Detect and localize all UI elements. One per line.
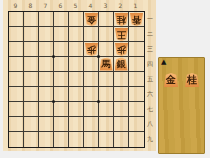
board-cell-5九[interactable] <box>69 132 84 147</box>
hoshi-star-point <box>52 100 55 103</box>
board-cell-3二[interactable] <box>99 27 114 42</box>
board-cell-8四[interactable] <box>24 57 39 72</box>
hand-piece-桂[interactable]: 桂 <box>185 73 199 87</box>
board-cell-5五[interactable] <box>69 72 84 87</box>
rank-label-4: 四 <box>145 56 155 71</box>
rank-label-1: 一 <box>145 11 155 26</box>
board-cell-8六[interactable] <box>24 87 39 102</box>
board-cell-6六[interactable] <box>54 87 69 102</box>
rank-label-9: 九 <box>145 131 155 146</box>
board-cell-4五[interactable] <box>84 72 99 87</box>
board-cell-6二[interactable] <box>54 27 69 42</box>
rank-label-8: 八 <box>145 116 155 131</box>
sente-piece-馬-3四[interactable]: 馬 <box>100 58 113 71</box>
board-cell-7八[interactable] <box>39 117 54 132</box>
board-cell-3九[interactable] <box>99 132 114 147</box>
board-cell-8九[interactable] <box>24 132 39 147</box>
board-cell-8五[interactable] <box>24 72 39 87</box>
board-cell-8二[interactable] <box>24 27 39 42</box>
board-cell-5六[interactable] <box>69 87 84 102</box>
board-cell-9二[interactable] <box>9 27 24 42</box>
sente-marker-icon: ▲ <box>161 58 166 67</box>
board-cell-9六[interactable] <box>9 87 24 102</box>
board-cell-9九[interactable] <box>9 132 24 147</box>
board-cell-1二[interactable] <box>129 27 144 42</box>
board-cell-1八[interactable] <box>129 117 144 132</box>
rank-coordinate-labels: 一二三四五六七八九 <box>145 11 155 146</box>
board-cell-3六[interactable] <box>99 87 114 102</box>
board-cell-1五[interactable] <box>129 72 144 87</box>
board-cell-5七[interactable] <box>69 102 84 117</box>
board-cell-9七[interactable] <box>9 102 24 117</box>
board-cell-5八[interactable] <box>69 117 84 132</box>
rank-label-6: 六 <box>145 86 155 101</box>
board-cell-1三[interactable] <box>129 42 144 57</box>
file-label-2: 2 <box>113 1 128 10</box>
hoshi-star-point <box>97 100 100 103</box>
board-cell-6七[interactable] <box>54 102 69 117</box>
sente-piece-銀-2四[interactable]: 銀 <box>115 58 128 71</box>
board-cell-7二[interactable] <box>39 27 54 42</box>
board-cell-8三[interactable] <box>24 42 39 57</box>
board-cell-3一[interactable] <box>99 12 114 27</box>
board-cell-7七[interactable] <box>39 102 54 117</box>
board-cell-4七[interactable] <box>84 102 99 117</box>
board-cell-4二[interactable] <box>84 27 99 42</box>
board-cell-1七[interactable] <box>129 102 144 117</box>
file-label-1: 1 <box>128 1 143 10</box>
board-cell-8七[interactable] <box>24 102 39 117</box>
board-cell-7九[interactable] <box>39 132 54 147</box>
rank-label-5: 五 <box>145 71 155 86</box>
board-cell-9一[interactable] <box>9 12 24 27</box>
rank-label-2: 二 <box>145 26 155 41</box>
board-cell-4九[interactable] <box>84 132 99 147</box>
board-cell-6四[interactable] <box>54 57 69 72</box>
board-cell-5三[interactable] <box>69 42 84 57</box>
board-cell-4四[interactable] <box>84 57 99 72</box>
hoshi-star-point <box>97 55 100 58</box>
board-cell-7五[interactable] <box>39 72 54 87</box>
board-cell-2八[interactable] <box>114 117 129 132</box>
board-cell-5四[interactable] <box>69 57 84 72</box>
board-cell-5二[interactable] <box>69 27 84 42</box>
board-cell-9四[interactable] <box>9 57 24 72</box>
board-cell-2六[interactable] <box>114 87 129 102</box>
board-cell-3五[interactable] <box>99 72 114 87</box>
file-label-3: 3 <box>98 1 113 10</box>
rank-label-3: 三 <box>145 41 155 56</box>
hand-piece-金[interactable]: 金 <box>164 73 178 87</box>
hoshi-star-point <box>52 55 55 58</box>
board-cell-5一[interactable] <box>69 12 84 27</box>
komadai-piece-stand: ▲ 金桂 <box>158 57 205 154</box>
board-cell-8一[interactable] <box>24 12 39 27</box>
board-cell-6九[interactable] <box>54 132 69 147</box>
board-cell-3八[interactable] <box>99 117 114 132</box>
board-cell-2七[interactable] <box>114 102 129 117</box>
board-cell-2九[interactable] <box>114 132 129 147</box>
file-label-4: 4 <box>83 1 98 10</box>
shogi-diagram: 987654321 一二三四五六七八九 ▲ 金桂 金桂香王歩歩馬銀 <box>0 0 210 158</box>
board-cell-1九[interactable] <box>129 132 144 147</box>
board-cell-9八[interactable] <box>9 117 24 132</box>
board-cell-2五[interactable] <box>114 72 129 87</box>
file-label-5: 5 <box>68 1 83 10</box>
board-cell-6八[interactable] <box>54 117 69 132</box>
file-label-7: 7 <box>38 1 53 10</box>
file-label-8: 8 <box>23 1 38 10</box>
board-cell-6三[interactable] <box>54 42 69 57</box>
board-cell-6一[interactable] <box>54 12 69 27</box>
board-cell-3七[interactable] <box>99 102 114 117</box>
board-cell-7一[interactable] <box>39 12 54 27</box>
board-cell-1四[interactable] <box>129 57 144 72</box>
board-cell-6五[interactable] <box>54 72 69 87</box>
file-label-6: 6 <box>53 1 68 10</box>
board-cell-9五[interactable] <box>9 72 24 87</box>
board-cell-1六[interactable] <box>129 87 144 102</box>
file-label-9: 9 <box>8 1 23 10</box>
rank-label-7: 七 <box>145 101 155 116</box>
board-cell-8八[interactable] <box>24 117 39 132</box>
file-coordinate-labels: 987654321 <box>8 1 143 10</box>
board-cell-4八[interactable] <box>84 117 99 132</box>
board-cell-7四[interactable] <box>39 57 54 72</box>
board-cell-9三[interactable] <box>9 42 24 57</box>
board-cell-3三[interactable] <box>99 42 114 57</box>
